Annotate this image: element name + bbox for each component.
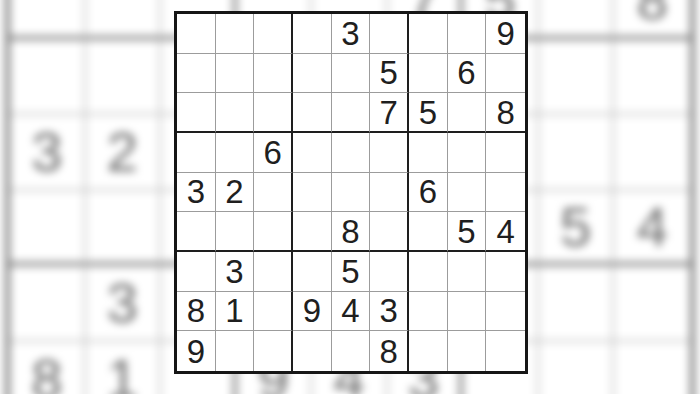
bg-cell-r6c1 [10,191,86,267]
sudoku-cell-r6c9[interactable]: 4 [486,212,525,252]
sudoku-cell-r9c2[interactable] [216,331,255,371]
sudoku-cell-r6c6[interactable] [370,212,409,252]
sudoku-cell-r5c8[interactable] [448,173,487,213]
sudoku-cell-r8c9[interactable] [486,292,525,332]
sudoku-cell-r7c1[interactable] [177,252,216,292]
sudoku-cell-r2c4[interactable] [293,54,332,94]
bg-cell-r3c9: 8 [614,0,690,40]
sudoku-cell-r1c9[interactable]: 9 [486,14,525,54]
bg-cell-r3c8 [539,0,615,40]
sudoku-cell-r2c6[interactable]: 5 [370,54,409,94]
sudoku-cell-r5c2[interactable]: 2 [216,173,255,213]
sudoku-cell-r3c1[interactable] [177,93,216,133]
sudoku-cell-r3c8[interactable] [448,93,487,133]
sudoku-cell-r9c9[interactable] [486,331,525,371]
sudoku-cell-r4c6[interactable] [370,133,409,173]
bg-cell-r4c2 [86,40,162,116]
bg-cell-r7c9 [614,266,690,342]
sudoku-cell-r7c7[interactable] [409,252,448,292]
sudoku-cell-r5c6[interactable] [370,173,409,213]
sudoku-cell-r5c1[interactable]: 3 [177,173,216,213]
sudoku-cell-r2c9[interactable] [486,54,525,94]
page: 39567586326854358194398 3956758632685435… [0,0,700,394]
sudoku-cell-r7c9[interactable] [486,252,525,292]
sudoku-cell-r7c4[interactable] [293,252,332,292]
sudoku-cell-r8c8[interactable] [448,292,487,332]
sudoku-board-card: 39567586326854358194398 [174,11,528,374]
bg-cell-r7c2: 3 [86,266,162,342]
sudoku-cell-r8c7[interactable] [409,292,448,332]
bg-cell-r8c9 [614,342,690,394]
sudoku-cell-r3c2[interactable] [216,93,255,133]
sudoku-cell-r4c3[interactable]: 6 [254,133,293,173]
bg-cell-r4c1 [10,40,86,116]
sudoku-cell-r2c7[interactable] [409,54,448,94]
sudoku-cell-r2c8[interactable]: 6 [448,54,487,94]
sudoku-cell-r3c3[interactable] [254,93,293,133]
sudoku-board: 39567586326854358194398 [177,14,525,371]
sudoku-cell-r7c2[interactable]: 3 [216,252,255,292]
sudoku-cell-r5c7[interactable]: 6 [409,173,448,213]
sudoku-cell-r5c3[interactable] [254,173,293,213]
sudoku-cell-r4c9[interactable] [486,133,525,173]
bg-cell-r8c2: 1 [86,342,162,394]
sudoku-cell-r9c4[interactable] [293,331,332,371]
bg-cell-r8c1: 8 [10,342,86,394]
sudoku-cell-r4c1[interactable] [177,133,216,173]
sudoku-cell-r8c5[interactable]: 4 [332,292,371,332]
bg-cell-r5c9 [614,115,690,191]
sudoku-cell-r1c7[interactable] [409,14,448,54]
bg-cell-r6c8: 5 [539,191,615,267]
sudoku-cell-r1c4[interactable] [293,14,332,54]
sudoku-cell-r2c1[interactable] [177,54,216,94]
sudoku-cell-r3c5[interactable] [332,93,371,133]
bg-cell-r3c1 [10,0,86,40]
bg-cell-r3c2 [86,0,162,40]
sudoku-cell-r6c1[interactable] [177,212,216,252]
sudoku-cell-r1c3[interactable] [254,14,293,54]
sudoku-cell-r8c2[interactable]: 1 [216,292,255,332]
bg-cell-r5c1: 3 [10,115,86,191]
bg-cell-r6c2 [86,191,162,267]
sudoku-cell-r5c4[interactable] [293,173,332,213]
bg-cell-r6c9: 4 [614,191,690,267]
sudoku-cell-r1c2[interactable] [216,14,255,54]
sudoku-cell-r3c9[interactable]: 8 [486,93,525,133]
sudoku-cell-r9c5[interactable] [332,331,371,371]
sudoku-cell-r2c3[interactable] [254,54,293,94]
sudoku-cell-r7c3[interactable] [254,252,293,292]
sudoku-cell-r6c2[interactable] [216,212,255,252]
sudoku-cell-r7c5[interactable]: 5 [332,252,371,292]
sudoku-cell-r7c8[interactable] [448,252,487,292]
sudoku-cell-r8c1[interactable]: 8 [177,292,216,332]
sudoku-cell-r5c5[interactable] [332,173,371,213]
sudoku-cell-r8c3[interactable] [254,292,293,332]
sudoku-cell-r6c8[interactable]: 5 [448,212,487,252]
sudoku-cell-r6c7[interactable] [409,212,448,252]
sudoku-cell-r1c5[interactable]: 3 [332,14,371,54]
sudoku-cell-r6c4[interactable] [293,212,332,252]
sudoku-cell-r2c5[interactable] [332,54,371,94]
sudoku-cell-r8c4[interactable]: 9 [293,292,332,332]
sudoku-cell-r6c3[interactable] [254,212,293,252]
sudoku-cell-r3c6[interactable]: 7 [370,93,409,133]
sudoku-cell-r4c8[interactable] [448,133,487,173]
sudoku-cell-r4c5[interactable] [332,133,371,173]
sudoku-cell-r1c6[interactable] [370,14,409,54]
sudoku-cell-r4c2[interactable] [216,133,255,173]
sudoku-cell-r7c6[interactable] [370,252,409,292]
sudoku-cell-r1c8[interactable] [448,14,487,54]
sudoku-cell-r8c6[interactable]: 3 [370,292,409,332]
sudoku-cell-r2c2[interactable] [216,54,255,94]
sudoku-cell-r9c1[interactable]: 9 [177,331,216,371]
sudoku-cell-r1c1[interactable] [177,14,216,54]
bg-cell-r7c1 [10,266,86,342]
sudoku-cell-r9c8[interactable] [448,331,487,371]
bg-cell-r5c2: 2 [86,115,162,191]
sudoku-cell-r3c7[interactable]: 5 [409,93,448,133]
sudoku-cell-r9c7[interactable] [409,331,448,371]
bg-cell-r8c8 [539,342,615,394]
bg-cell-r4c8 [539,40,615,116]
sudoku-cell-r5c9[interactable] [486,173,525,213]
sudoku-cell-r4c4[interactable] [293,133,332,173]
bg-cell-r5c8 [539,115,615,191]
bg-cell-r7c8 [539,266,615,342]
sudoku-cell-r9c3[interactable] [254,331,293,371]
sudoku-cell-r6c5[interactable]: 8 [332,212,371,252]
bg-cell-r4c9 [614,40,690,116]
sudoku-cell-r9c6[interactable]: 8 [370,331,409,371]
sudoku-cell-r4c7[interactable] [409,133,448,173]
sudoku-cell-r3c4[interactable] [293,93,332,133]
